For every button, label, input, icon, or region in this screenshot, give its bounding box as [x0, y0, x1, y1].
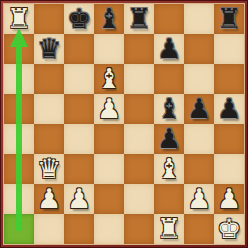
- black-rook[interactable]: ♜: [217, 4, 241, 34]
- square-f1[interactable]: ♜: [154, 214, 184, 244]
- square-g4[interactable]: [184, 124, 214, 154]
- square-h6[interactable]: [214, 64, 244, 94]
- black-king[interactable]: ♚: [67, 4, 91, 34]
- square-a4[interactable]: [4, 124, 34, 154]
- square-a6[interactable]: [4, 64, 34, 94]
- square-g8[interactable]: [184, 4, 214, 34]
- square-d6[interactable]: ♝: [94, 64, 124, 94]
- square-c6[interactable]: [64, 64, 94, 94]
- square-c3[interactable]: [64, 154, 94, 184]
- square-d8[interactable]: ♝: [94, 4, 124, 34]
- white-rook[interactable]: ♜: [157, 214, 181, 244]
- white-pawn[interactable]: ♟: [67, 184, 91, 214]
- white-king[interactable]: ♚: [217, 214, 241, 244]
- square-a5[interactable]: [4, 94, 34, 124]
- white-bishop[interactable]: ♝: [97, 64, 121, 94]
- board: ♜♚♝♜♜♛♟♝♟♝♟♟♟♛♝♟♟♟♟♜♚: [4, 4, 244, 244]
- square-e2[interactable]: [124, 184, 154, 214]
- black-bishop[interactable]: ♝: [97, 4, 121, 34]
- square-b4[interactable]: [34, 124, 64, 154]
- black-pawn[interactable]: ♟: [187, 94, 211, 124]
- square-h4[interactable]: [214, 124, 244, 154]
- square-d1[interactable]: [94, 214, 124, 244]
- square-b6[interactable]: [34, 64, 64, 94]
- square-b8[interactable]: [34, 4, 64, 34]
- square-g3[interactable]: [184, 154, 214, 184]
- square-f8[interactable]: [154, 4, 184, 34]
- square-e6[interactable]: [124, 64, 154, 94]
- square-f6[interactable]: [154, 64, 184, 94]
- black-pawn[interactable]: ♟: [157, 34, 181, 64]
- square-g5[interactable]: ♟: [184, 94, 214, 124]
- square-g7[interactable]: [184, 34, 214, 64]
- square-a1[interactable]: [4, 214, 34, 244]
- white-pawn[interactable]: ♟: [217, 184, 241, 214]
- square-c7[interactable]: [64, 34, 94, 64]
- square-h7[interactable]: [214, 34, 244, 64]
- square-g1[interactable]: [184, 214, 214, 244]
- white-pawn[interactable]: ♟: [187, 184, 211, 214]
- white-queen[interactable]: ♛: [37, 154, 61, 184]
- square-b3[interactable]: ♛: [34, 154, 64, 184]
- square-b5[interactable]: [34, 94, 64, 124]
- square-h2[interactable]: ♟: [214, 184, 244, 214]
- square-f4[interactable]: ♟: [154, 124, 184, 154]
- square-g6[interactable]: [184, 64, 214, 94]
- square-c4[interactable]: [64, 124, 94, 154]
- square-c5[interactable]: [64, 94, 94, 124]
- square-g2[interactable]: ♟: [184, 184, 214, 214]
- square-e7[interactable]: [124, 34, 154, 64]
- square-d5[interactable]: ♟: [94, 94, 124, 124]
- square-f5[interactable]: ♝: [154, 94, 184, 124]
- square-b1[interactable]: [34, 214, 64, 244]
- black-pawn[interactable]: ♟: [217, 94, 241, 124]
- square-c8[interactable]: ♚: [64, 4, 94, 34]
- black-pawn[interactable]: ♟: [157, 124, 181, 154]
- square-f7[interactable]: ♟: [154, 34, 184, 64]
- square-a3[interactable]: [4, 154, 34, 184]
- square-e4[interactable]: [124, 124, 154, 154]
- square-c1[interactable]: [64, 214, 94, 244]
- white-pawn[interactable]: ♟: [97, 94, 121, 124]
- square-e1[interactable]: [124, 214, 154, 244]
- square-b7[interactable]: ♛: [34, 34, 64, 64]
- black-queen[interactable]: ♛: [37, 34, 61, 64]
- black-bishop[interactable]: ♝: [157, 94, 181, 124]
- black-rook[interactable]: ♜: [127, 4, 151, 34]
- square-h1[interactable]: ♚: [214, 214, 244, 244]
- white-pawn[interactable]: ♟: [37, 184, 61, 214]
- square-d2[interactable]: [94, 184, 124, 214]
- square-e5[interactable]: [124, 94, 154, 124]
- square-a8[interactable]: ♜: [4, 4, 34, 34]
- white-bishop[interactable]: ♝: [157, 154, 181, 184]
- square-h3[interactable]: [214, 154, 244, 184]
- square-c2[interactable]: ♟: [64, 184, 94, 214]
- square-e3[interactable]: [124, 154, 154, 184]
- white-rook[interactable]: ♜: [7, 4, 31, 34]
- square-e8[interactable]: ♜: [124, 4, 154, 34]
- square-f3[interactable]: ♝: [154, 154, 184, 184]
- square-f2[interactable]: [154, 184, 184, 214]
- board-frame: ♜♚♝♜♜♛♟♝♟♝♟♟♟♛♝♟♟♟♟♜♚: [0, 0, 248, 248]
- square-d4[interactable]: [94, 124, 124, 154]
- square-a7[interactable]: [4, 34, 34, 64]
- square-d3[interactable]: [94, 154, 124, 184]
- square-h8[interactable]: ♜: [214, 4, 244, 34]
- square-h5[interactable]: ♟: [214, 94, 244, 124]
- square-b2[interactable]: ♟: [34, 184, 64, 214]
- square-a2[interactable]: [4, 184, 34, 214]
- square-d7[interactable]: [94, 34, 124, 64]
